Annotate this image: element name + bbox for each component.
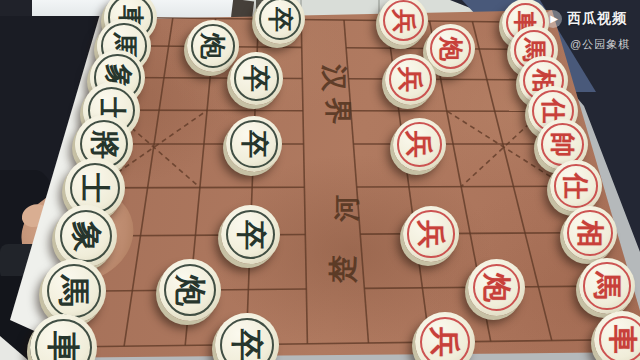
black-piece-glyph: 卒 <box>231 329 263 360</box>
piece-black-soldier: 卒 <box>226 116 282 172</box>
river-label-jie: 界 <box>320 98 356 125</box>
piece-red-soldier: 兵 <box>385 54 436 105</box>
black-piece-glyph: 卒 <box>236 220 266 250</box>
piece-red-soldier: 兵 <box>393 118 446 171</box>
video-watermark: ▶ 西瓜视频 @公园象棋 <box>544 10 640 52</box>
river-label-he: 河 <box>329 195 365 222</box>
watermark-channel: @公园象棋 <box>570 37 640 52</box>
river-label-chu: 楚 <box>324 255 362 283</box>
piece-black-soldier: 卒 <box>221 205 280 264</box>
black-piece-glyph: 炮 <box>200 33 226 59</box>
red-piece-glyph: 兵 <box>398 67 423 92</box>
red-piece-glyph: 兵 <box>406 131 433 158</box>
red-piece-glyph: 炮 <box>439 37 463 61</box>
red-piece-glyph: 兵 <box>392 9 416 33</box>
red-piece-glyph: 炮 <box>482 273 511 302</box>
piece-red-advisor: 仕 <box>550 160 602 212</box>
red-piece-glyph: 兵 <box>417 220 445 248</box>
piece-black-elephant: 象 <box>55 205 117 267</box>
black-piece-glyph: 車 <box>47 331 80 360</box>
red-piece-glyph: 車 <box>608 325 637 354</box>
piece-red-cannon: 炮 <box>426 24 475 73</box>
red-piece-glyph: 兵 <box>430 327 460 357</box>
piece-black-horse: 馬 <box>42 259 106 323</box>
red-piece-glyph: 帥 <box>550 132 575 157</box>
black-piece-glyph: 馬 <box>58 275 90 307</box>
watermark-brand: 西瓜视频 <box>567 10 627 28</box>
black-piece-glyph: 卒 <box>240 130 268 158</box>
red-piece-glyph: 仕 <box>563 173 589 199</box>
black-piece-glyph: 卒 <box>268 7 293 32</box>
piece-black-soldier: 卒 <box>230 52 283 105</box>
red-piece-glyph: 馬 <box>593 272 621 300</box>
black-piece-glyph: 卒 <box>243 65 270 92</box>
river-label-han: 汉 <box>316 65 352 92</box>
piece-red-elephant: 相 <box>563 206 617 260</box>
piece-black-cannon: 炮 <box>159 259 221 321</box>
piece-red-cannon: 炮 <box>468 259 525 316</box>
black-piece-glyph: 士 <box>80 173 110 203</box>
black-piece-glyph: 將 <box>90 130 119 159</box>
black-piece-glyph: 炮 <box>175 275 206 306</box>
piece-red-horse: 馬 <box>579 258 635 314</box>
piece-black-cannon: 炮 <box>187 20 239 72</box>
red-piece-glyph: 相 <box>577 220 604 247</box>
black-piece-glyph: 象 <box>71 221 102 252</box>
piece-red-soldier: 兵 <box>403 206 459 262</box>
